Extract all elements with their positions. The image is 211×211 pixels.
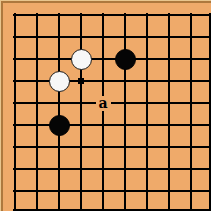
grid-line-horizontal [13, 58, 211, 60]
grid-line-horizontal [13, 80, 211, 82]
point-label-a: a [96, 96, 111, 111]
go-board-diagram: a [0, 0, 211, 211]
board-frame-top-edge [1, 1, 211, 3]
black-stone [115, 49, 136, 70]
grid-line-horizontal [13, 209, 211, 211]
grid-line-vertical [168, 13, 170, 211]
grid-line-vertical [209, 13, 211, 211]
grid-line-vertical [102, 13, 104, 211]
grid-line-horizontal [13, 102, 211, 104]
grid-line-vertical [124, 13, 126, 211]
star-point-marker [78, 78, 84, 84]
grid-line-horizontal [13, 146, 211, 148]
grid-line-vertical [36, 13, 38, 211]
grid-line-horizontal [13, 190, 211, 192]
grid-line-vertical [14, 13, 16, 211]
white-stone [49, 71, 70, 92]
grid-line-vertical [80, 13, 82, 211]
black-stone [49, 115, 70, 136]
white-stone [71, 49, 92, 70]
grid-line-vertical [190, 13, 192, 211]
grid-line-horizontal [13, 124, 211, 126]
board-frame-left-edge [1, 1, 3, 211]
grid-line-vertical [58, 13, 60, 211]
grid-line-horizontal [13, 14, 211, 16]
grid-line-vertical [146, 13, 148, 211]
grid-line-horizontal [13, 168, 211, 170]
grid-line-horizontal [13, 36, 211, 38]
